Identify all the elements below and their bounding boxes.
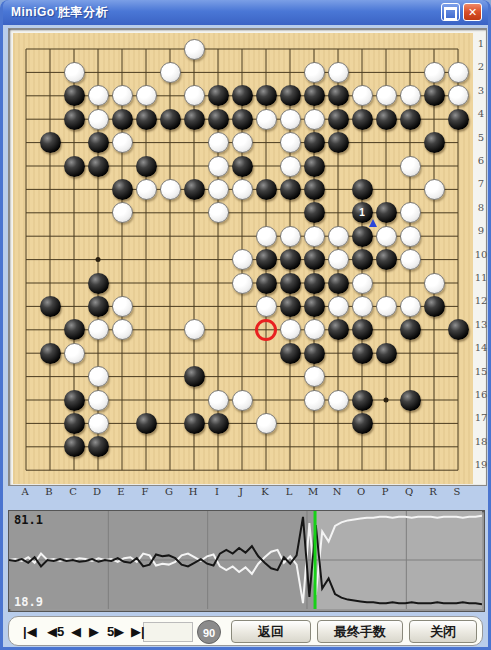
white-stone-Q9 [400, 226, 421, 247]
close-button[interactable]: 关闭 [409, 620, 477, 643]
row-label-7: 7 [473, 178, 489, 189]
black-stone-M11 [304, 273, 325, 294]
black-stone-M6 [304, 156, 325, 177]
black-stone-E7 [112, 179, 133, 200]
white-stone-R11 [424, 273, 445, 294]
black-stone-K7 [256, 179, 277, 200]
maximize-icon[interactable] [441, 3, 460, 21]
black-stone-O16 [352, 390, 373, 411]
white-stone-D4 [88, 109, 109, 130]
row-label-18: 18 [473, 436, 489, 447]
row-label-3: 3 [473, 85, 489, 96]
black-stone-R3 [424, 85, 445, 106]
move-input[interactable] [143, 622, 193, 642]
black-stone-O4 [352, 109, 373, 130]
white-stone-C2 [64, 62, 85, 83]
black-stone-M8 [304, 202, 325, 223]
black-stone-C17 [64, 413, 85, 434]
column-label-Q: Q [399, 486, 419, 497]
white-stone-N9 [328, 226, 349, 247]
black-stone-M10 [304, 249, 325, 270]
white-stone-C14 [64, 343, 85, 364]
white-stone-P3 [376, 85, 397, 106]
black-stone-L3 [280, 85, 301, 106]
window-title: MiniGo'胜率分析 [11, 4, 108, 21]
black-stone-I3 [208, 85, 229, 106]
black-stone-H7 [184, 179, 205, 200]
column-label-M: M [303, 486, 323, 497]
black-stone-Q4 [400, 109, 421, 130]
black-stone-Q13 [400, 319, 421, 340]
black-stone-N5 [328, 132, 349, 153]
white-stone-K17 [256, 413, 277, 434]
black-stone-D5 [88, 132, 109, 153]
white-stone-I7 [208, 179, 229, 200]
column-label-O: O [351, 486, 371, 497]
winrate-graph[interactable]: 81.1 18.9 [8, 510, 485, 612]
column-label-G: G [159, 486, 179, 497]
black-stone-M5 [304, 132, 325, 153]
white-stone-L9 [280, 226, 301, 247]
white-stone-L6 [280, 156, 301, 177]
column-label-D: D [87, 486, 107, 497]
black-stone-K3 [256, 85, 277, 106]
column-label-C: C [63, 486, 83, 497]
black-stone-O13 [352, 319, 373, 340]
black-stone-O14 [352, 343, 373, 364]
return-button[interactable]: 返回 [231, 620, 311, 643]
white-stone-O11 [352, 273, 373, 294]
white-stone-M16 [304, 390, 325, 411]
white-stone-L5 [280, 132, 301, 153]
white-stone-D16 [88, 390, 109, 411]
column-label-H: H [183, 486, 203, 497]
column-label-I: I [207, 486, 227, 497]
black-stone-C4 [64, 109, 85, 130]
white-stone-P12 [376, 296, 397, 317]
white-stone-D17 [88, 413, 109, 434]
black-stone-I4 [208, 109, 229, 130]
black-stone-H4 [184, 109, 205, 130]
row-label-15: 15 [473, 366, 489, 377]
white-stone-Q8 [400, 202, 421, 223]
navigation-bar: 90 |◀◀5◀▶5▶▶|返回最终手数关闭 [8, 616, 483, 646]
white-stone-J7 [232, 179, 253, 200]
final-moves-button[interactable]: 最终手数 [317, 620, 403, 643]
white-stone-N10 [328, 249, 349, 270]
column-label-B: B [39, 486, 59, 497]
board-panel: 1 [8, 28, 487, 486]
black-stone-D12 [88, 296, 109, 317]
row-label-8: 8 [473, 202, 489, 213]
black-stone-L10 [280, 249, 301, 270]
black-stone-L11 [280, 273, 301, 294]
black-stone-H17 [184, 413, 205, 434]
white-stone-S3 [448, 85, 469, 106]
black-stone-P8 [376, 202, 397, 223]
black-stone-N4 [328, 109, 349, 130]
white-stone-E5 [112, 132, 133, 153]
white-stone-Q10 [400, 249, 421, 270]
black-stone-M7 [304, 179, 325, 200]
white-stone-D15 [88, 366, 109, 387]
column-label-L: L [279, 486, 299, 497]
white-stone-O12 [352, 296, 373, 317]
white-stone-H3 [184, 85, 205, 106]
white-stone-E12 [112, 296, 133, 317]
minigo-analysis-window: MiniGo'胜率分析 ✕ 1 81.1 18.9 90 |◀◀5◀▶5▶▶|返… [0, 0, 491, 650]
white-stone-L13 [280, 319, 301, 340]
black-stone-C16 [64, 390, 85, 411]
black-stone-G4 [160, 109, 181, 130]
white-stone-H13 [184, 319, 205, 340]
black-stone-I17 [208, 413, 229, 434]
black-stone-F17 [136, 413, 157, 434]
black-stone-M14 [304, 343, 325, 364]
black-stone-O7 [352, 179, 373, 200]
first-move-button[interactable]: |◀ [23, 623, 37, 640]
blue-triangle-marker [369, 219, 377, 227]
row-label-17: 17 [473, 412, 489, 423]
white-stone-M2 [304, 62, 325, 83]
go-board[interactable]: 1 [13, 33, 473, 484]
column-label-R: R [423, 486, 443, 497]
white-stone-M13 [304, 319, 325, 340]
white-stone-J5 [232, 132, 253, 153]
black-stone-S13 [448, 319, 469, 340]
black-stone-P4 [376, 109, 397, 130]
column-label-E: E [111, 486, 131, 497]
white-stone-G7 [160, 179, 181, 200]
white-stone-J10 [232, 249, 253, 270]
white-stone-P9 [376, 226, 397, 247]
white-stone-D3 [88, 85, 109, 106]
black-stone-R5 [424, 132, 445, 153]
white-stone-H1 [184, 39, 205, 60]
white-stone-F3 [136, 85, 157, 106]
white-stone-Q6 [400, 156, 421, 177]
white-stone-R7 [424, 179, 445, 200]
row-label-10: 10 [473, 249, 489, 260]
black-stone-O9 [352, 226, 373, 247]
back-5-button[interactable]: ◀5 [47, 623, 64, 640]
black-stone-C18 [64, 436, 85, 457]
white-stone-G2 [160, 62, 181, 83]
black-stone-J4 [232, 109, 253, 130]
row-label-1: 1 [473, 38, 489, 49]
white-stone-M15 [304, 366, 325, 387]
row-label-9: 9 [473, 225, 489, 236]
black-stone-R12 [424, 296, 445, 317]
black-stone-P10 [376, 249, 397, 270]
title-bar[interactable]: MiniGo'胜率分析 ✕ [3, 0, 488, 25]
row-label-5: 5 [473, 132, 489, 143]
white-stone-I6 [208, 156, 229, 177]
black-stone-B12 [40, 296, 61, 317]
black-stone-N13 [328, 319, 349, 340]
white-stone-K12 [256, 296, 277, 317]
white-stone-N16 [328, 390, 349, 411]
column-label-K: K [255, 486, 275, 497]
white-stone-E13 [112, 319, 133, 340]
black-stone-L7 [280, 179, 301, 200]
white-stone-E8 [112, 202, 133, 223]
white-stone-I5 [208, 132, 229, 153]
row-label-11: 11 [473, 272, 489, 283]
white-stone-I8 [208, 202, 229, 223]
white-stone-K4 [256, 109, 277, 130]
row-label-19: 19 [473, 459, 489, 470]
row-label-16: 16 [473, 389, 489, 400]
back-1-button[interactable]: ◀ [71, 623, 81, 640]
row-label-2: 2 [473, 61, 489, 72]
black-stone-M12 [304, 296, 325, 317]
black-stone-M3 [304, 85, 325, 106]
column-label-J: J [231, 486, 251, 497]
black-stone-L12 [280, 296, 301, 317]
white-stone-J11 [232, 273, 253, 294]
black-stone-C3 [64, 85, 85, 106]
white-stone-L4 [280, 109, 301, 130]
white-stone-M4 [304, 109, 325, 130]
black-stone-L14 [280, 343, 301, 364]
black-stone-N3 [328, 85, 349, 106]
forward-1-button[interactable]: ▶ [89, 623, 99, 640]
black-stone-F4 [136, 109, 157, 130]
white-stone-Q3 [400, 85, 421, 106]
winrate-bottom-value: 18.9 [14, 595, 43, 609]
column-label-P: P [375, 486, 395, 497]
winrate-top-value: 81.1 [14, 513, 43, 527]
row-label-12: 12 [473, 295, 489, 306]
black-stone-K10 [256, 249, 277, 270]
white-stone-D13 [88, 319, 109, 340]
row-label-13: 13 [473, 319, 489, 330]
black-stone-D6 [88, 156, 109, 177]
column-label-F: F [135, 486, 155, 497]
move-number-badge: 90 [197, 620, 221, 644]
white-stone-M9 [304, 226, 325, 247]
close-icon[interactable]: ✕ [463, 3, 482, 21]
black-stone-D18 [88, 436, 109, 457]
white-stone-Q12 [400, 296, 421, 317]
black-stone-F6 [136, 156, 157, 177]
white-stone-R2 [424, 62, 445, 83]
black-stone-S4 [448, 109, 469, 130]
red-circle-marker [255, 319, 277, 341]
black-stone-E4 [112, 109, 133, 130]
white-stone-N12 [328, 296, 349, 317]
white-stone-O3 [352, 85, 373, 106]
black-stone-N11 [328, 273, 349, 294]
black-stone-J6 [232, 156, 253, 177]
white-stone-E3 [112, 85, 133, 106]
black-stone-H15 [184, 366, 205, 387]
white-stone-N2 [328, 62, 349, 83]
black-stone-C6 [64, 156, 85, 177]
black-stone-J3 [232, 85, 253, 106]
black-stone-C13 [64, 319, 85, 340]
forward-5-button[interactable]: 5▶ [107, 623, 124, 640]
row-label-4: 4 [473, 108, 489, 119]
column-label-S: S [447, 486, 467, 497]
black-stone-O10 [352, 249, 373, 270]
last-move-button[interactable]: ▶| [131, 623, 145, 640]
black-stone-O17 [352, 413, 373, 434]
black-stone-D11 [88, 273, 109, 294]
black-stone-B5 [40, 132, 61, 153]
white-stone-J16 [232, 390, 253, 411]
row-label-6: 6 [473, 155, 489, 166]
black-stone-Q16 [400, 390, 421, 411]
column-label-N: N [327, 486, 347, 497]
black-stone-B14 [40, 343, 61, 364]
black-stone-K11 [256, 273, 277, 294]
row-label-14: 14 [473, 342, 489, 353]
white-stone-I16 [208, 390, 229, 411]
black-stone-P14 [376, 343, 397, 364]
white-stone-F7 [136, 179, 157, 200]
white-stone-S2 [448, 62, 469, 83]
white-stone-K9 [256, 226, 277, 247]
column-label-A: A [15, 486, 35, 497]
